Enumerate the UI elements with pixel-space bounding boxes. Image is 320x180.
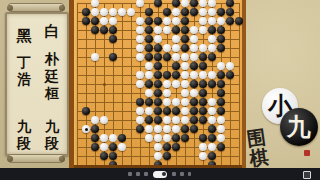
black-stone xyxy=(154,116,163,125)
white-stone xyxy=(145,125,154,134)
white-stone xyxy=(199,17,208,26)
black-stone xyxy=(190,0,199,7)
black-stone xyxy=(172,0,181,7)
white-stone xyxy=(217,62,226,71)
white-stone xyxy=(208,0,217,7)
black-player-rank: 九段 xyxy=(16,118,32,152)
control-mark-icon xyxy=(172,172,176,176)
white-stone xyxy=(199,44,208,53)
white-stone xyxy=(145,107,154,116)
black-stone xyxy=(145,44,154,53)
white-stone xyxy=(91,116,100,125)
white-stone xyxy=(163,89,172,98)
white-stone xyxy=(190,26,199,35)
black-stone xyxy=(190,116,199,125)
black-stone xyxy=(226,0,235,7)
scroll-knob-icon xyxy=(7,156,13,162)
white-stone xyxy=(181,62,190,71)
scroll-knob-icon xyxy=(59,156,65,162)
white-stone xyxy=(154,152,163,161)
white-stone xyxy=(190,53,199,62)
white-stone xyxy=(217,125,226,134)
black-stone xyxy=(145,116,154,125)
white-stone xyxy=(163,26,172,35)
black-stone xyxy=(100,152,109,161)
white-stone xyxy=(100,17,109,26)
black-stone xyxy=(118,134,127,143)
white-stone xyxy=(199,26,208,35)
black-stone xyxy=(145,80,154,89)
black-stone xyxy=(154,44,163,53)
black-stone xyxy=(145,53,154,62)
white-stone xyxy=(154,35,163,44)
white-stone xyxy=(136,0,145,7)
black-stone xyxy=(199,89,208,98)
white-stone xyxy=(217,134,226,143)
white-stone xyxy=(154,134,163,143)
danmaku-toggle[interactable] xyxy=(153,171,167,178)
white-stone xyxy=(226,62,235,71)
white-stone xyxy=(172,17,181,26)
player-control-bar[interactable] xyxy=(0,168,320,180)
black-stone xyxy=(181,8,190,17)
black-stone xyxy=(91,125,100,134)
black-stone xyxy=(199,80,208,89)
black-stone xyxy=(145,8,154,17)
white-stone xyxy=(172,80,181,89)
scroll-top-roller xyxy=(8,3,64,12)
black-stone xyxy=(208,53,217,62)
black-stone xyxy=(172,107,181,116)
black-stone xyxy=(181,26,190,35)
white-stone xyxy=(163,98,172,107)
white-stone xyxy=(154,26,163,35)
white-stone xyxy=(217,17,226,26)
scroll-knob-icon xyxy=(59,5,65,11)
white-stone xyxy=(181,71,190,80)
player-panel: 黑 丁浩 九段 白 朴廷桓 九段 xyxy=(0,0,70,168)
white-stone xyxy=(136,71,145,80)
white-stone xyxy=(208,17,217,26)
white-stone xyxy=(91,0,100,7)
next-control-icon[interactable] xyxy=(144,172,148,176)
white-stone xyxy=(136,80,145,89)
white-stone xyxy=(145,62,154,71)
black-stone xyxy=(154,107,163,116)
control-mark-icon xyxy=(188,172,191,176)
black-stone xyxy=(181,17,190,26)
black-stone xyxy=(154,71,163,80)
white-stone xyxy=(154,143,163,152)
white-stone xyxy=(136,35,145,44)
black-stone xyxy=(217,107,226,116)
white-stone xyxy=(100,116,109,125)
white-stone xyxy=(100,8,109,17)
black-stone xyxy=(226,17,235,26)
white-stone xyxy=(136,116,145,125)
black-stone xyxy=(163,143,172,152)
white-stone xyxy=(136,17,145,26)
white-stone xyxy=(208,107,217,116)
black-stone xyxy=(145,35,154,44)
white-stone xyxy=(163,134,172,143)
black-stone xyxy=(199,53,208,62)
white-stone xyxy=(163,80,172,89)
black-stone xyxy=(199,62,208,71)
white-stone xyxy=(163,125,172,134)
black-stone xyxy=(109,152,118,161)
white-stone xyxy=(208,98,217,107)
black-stone xyxy=(235,17,244,26)
white-color-label: 白 xyxy=(44,23,60,40)
black-stone xyxy=(163,107,172,116)
white-stone xyxy=(163,44,172,53)
black-stone xyxy=(91,26,100,35)
white-stone xyxy=(109,8,118,17)
white-stone xyxy=(208,71,217,80)
black-stone xyxy=(217,8,226,17)
white-stone xyxy=(199,143,208,152)
red-seal-icon xyxy=(304,150,310,156)
black-stone xyxy=(199,134,208,143)
black-stone xyxy=(145,17,154,26)
black-stone xyxy=(163,152,172,161)
black-stone xyxy=(208,26,217,35)
black-stone xyxy=(226,8,235,17)
white-stone xyxy=(181,107,190,116)
white-stone xyxy=(172,44,181,53)
black-stone xyxy=(217,44,226,53)
black-stone xyxy=(82,8,91,17)
black-stone xyxy=(181,35,190,44)
white-stone xyxy=(118,8,127,17)
scroll-bottom-roller xyxy=(8,154,64,163)
black-stone xyxy=(172,143,181,152)
white-stone xyxy=(181,98,190,107)
black-stone xyxy=(154,17,163,26)
black-stone xyxy=(190,107,199,116)
black-stone xyxy=(82,107,91,116)
white-stone xyxy=(136,53,145,62)
black-stone xyxy=(91,17,100,26)
white-stone xyxy=(163,116,172,125)
black-stone xyxy=(154,98,163,107)
white-stone xyxy=(100,134,109,143)
grid-line xyxy=(77,165,239,166)
black-stone xyxy=(190,98,199,107)
black-stone xyxy=(199,116,208,125)
white-stone xyxy=(190,89,199,98)
grid-line xyxy=(230,3,231,165)
white-stone xyxy=(181,53,190,62)
white-stone xyxy=(208,8,217,17)
white-stone xyxy=(172,98,181,107)
white-stone xyxy=(154,125,163,134)
black-stone xyxy=(190,8,199,17)
black-stone xyxy=(208,125,217,134)
white-stone xyxy=(199,0,208,7)
white-stone xyxy=(163,17,172,26)
white-stone xyxy=(100,143,109,152)
black-stone xyxy=(172,134,181,143)
black-stone xyxy=(199,107,208,116)
black-stone xyxy=(91,134,100,143)
white-stone xyxy=(181,89,190,98)
black-stone xyxy=(163,71,172,80)
white-stone xyxy=(208,143,217,152)
play-control-icon[interactable] xyxy=(136,172,140,176)
black-stone xyxy=(82,17,91,26)
white-stone xyxy=(208,35,217,44)
black-stone xyxy=(163,8,172,17)
black-stone xyxy=(109,35,118,44)
black-stone xyxy=(136,98,145,107)
black-stone xyxy=(154,80,163,89)
black-stone xyxy=(181,44,190,53)
video-frame[interactable]: 黑 丁浩 九段 白 朴廷桓 九段 小 九 围棋 xyxy=(0,0,320,180)
star-point xyxy=(103,83,106,86)
black-stone xyxy=(109,143,118,152)
white-stone xyxy=(109,17,118,26)
black-stone xyxy=(190,80,199,89)
white-stone xyxy=(145,71,154,80)
scroll-knob-icon xyxy=(7,5,13,11)
toggle-dot-icon xyxy=(162,172,166,176)
black-stone xyxy=(154,0,163,7)
black-stone xyxy=(172,62,181,71)
white-stone xyxy=(208,116,217,125)
white-stone xyxy=(172,8,181,17)
white-stone xyxy=(172,53,181,62)
white-stone xyxy=(109,134,118,143)
black-stone xyxy=(172,71,181,80)
white-stone xyxy=(172,116,181,125)
black-stone xyxy=(208,134,217,143)
black-stone xyxy=(172,26,181,35)
black-stone xyxy=(109,26,118,35)
white-stone xyxy=(91,53,100,62)
white-stone xyxy=(190,35,199,44)
black-stone xyxy=(217,89,226,98)
black-color-label: 黑 xyxy=(16,28,32,45)
black-stone xyxy=(136,125,145,134)
white-stone xyxy=(172,35,181,44)
white-stone xyxy=(190,71,199,80)
white-stone xyxy=(208,44,217,53)
white-stone xyxy=(199,8,208,17)
white-stone xyxy=(199,71,208,80)
black-stone xyxy=(226,71,235,80)
black-stone xyxy=(109,53,118,62)
white-stone xyxy=(217,116,226,125)
white-player-name: 朴廷桓 xyxy=(44,51,60,102)
prev-control-icon[interactable] xyxy=(128,172,132,176)
black-stone xyxy=(217,35,226,44)
black-stone xyxy=(91,143,100,152)
black-stone xyxy=(217,80,226,89)
white-stone xyxy=(181,0,190,7)
black-stone xyxy=(217,98,226,107)
black-stone xyxy=(100,26,109,35)
black-stone xyxy=(154,53,163,62)
black-stone xyxy=(208,80,217,89)
fullscreen-button[interactable] xyxy=(303,171,311,179)
white-player-rank: 九段 xyxy=(44,118,60,152)
white-stone xyxy=(136,44,145,53)
white-stone xyxy=(136,26,145,35)
white-stone xyxy=(136,107,145,116)
white-stone xyxy=(118,143,127,152)
black-stone xyxy=(217,26,226,35)
white-stone xyxy=(190,44,199,53)
black-player-name: 丁浩 xyxy=(16,54,32,88)
black-stone xyxy=(163,53,172,62)
brand-logo: 小 九 围棋 xyxy=(246,84,320,168)
last-move-marker xyxy=(85,128,88,131)
logo-panel: 小 九 围棋 xyxy=(246,0,320,168)
white-stone xyxy=(127,8,136,17)
white-stone xyxy=(181,116,190,125)
black-stone xyxy=(190,125,199,134)
black-stone xyxy=(145,98,154,107)
grid-line xyxy=(239,3,240,165)
black-stone xyxy=(208,152,217,161)
black-stone xyxy=(181,125,190,134)
white-stone xyxy=(172,125,181,134)
logo-calligraphy: 围棋 xyxy=(245,123,290,168)
player-scroll-card: 黑 丁浩 九段 白 朴廷桓 九段 xyxy=(5,12,69,156)
white-stone xyxy=(199,152,208,161)
black-stone xyxy=(181,134,190,143)
white-stone xyxy=(145,134,154,143)
black-stone xyxy=(145,26,154,35)
black-stone xyxy=(154,62,163,71)
black-stone xyxy=(217,143,226,152)
control-mark-icon xyxy=(180,172,184,176)
white-stone xyxy=(145,89,154,98)
black-stone xyxy=(154,89,163,98)
white-stone xyxy=(91,8,100,17)
black-stone xyxy=(190,62,199,71)
white-stone xyxy=(181,80,190,89)
black-stone xyxy=(217,71,226,80)
black-stone xyxy=(199,98,208,107)
go-board xyxy=(69,0,246,168)
